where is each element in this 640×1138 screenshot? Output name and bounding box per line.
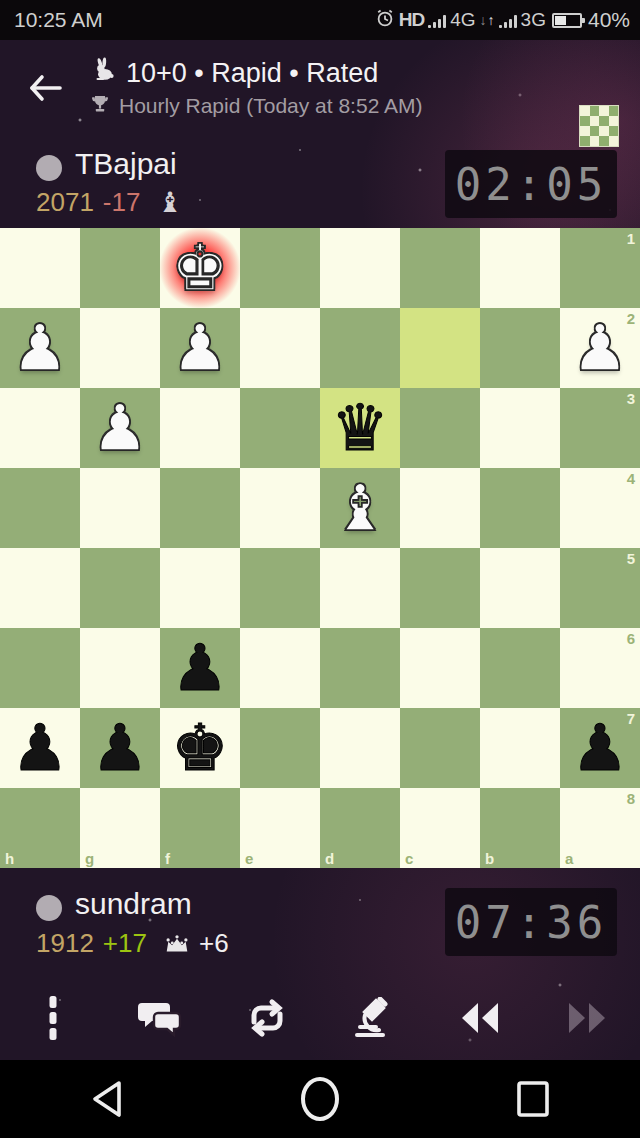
player-top-name[interactable]: TBajpai [75,147,177,181]
square-b4[interactable] [480,468,560,548]
piece-black-pawn[interactable]: ♟ [0,708,80,788]
rank-label-8: 8 [627,790,635,807]
square-d4[interactable]: ♝ [320,468,400,548]
fast-forward-button[interactable] [552,983,622,1053]
piece-black-queen[interactable]: ♛ [320,388,400,468]
square-e3[interactable] [240,388,320,468]
square-h8[interactable]: h [0,788,80,868]
square-g2[interactable] [80,308,160,388]
flip-board-button[interactable] [232,983,302,1053]
file-label-a: a [565,850,573,867]
square-a4[interactable]: 4 [560,468,640,548]
square-c6[interactable] [400,628,480,708]
status-bar: 10:25 AM HD 4G ↓↑ 3G 40% [0,0,640,40]
square-c7[interactable] [400,708,480,788]
rewind-button[interactable] [445,983,515,1053]
square-b1[interactable] [480,228,560,308]
rank-label-6: 6 [627,630,635,647]
piece-white-pawn[interactable]: ♟ [80,388,160,468]
nav-recents-button[interactable] [427,1079,640,1119]
square-f5[interactable] [160,548,240,628]
file-label-c: c [405,850,413,867]
square-e5[interactable] [240,548,320,628]
square-b2[interactable] [480,308,560,388]
network-type-1: 4G [450,9,475,31]
game-toolbar [0,975,640,1060]
square-h1[interactable] [0,228,80,308]
square-e1[interactable] [240,228,320,308]
player-bottom-rating: 1912 [36,928,94,959]
square-h5[interactable] [0,548,80,628]
square-g3[interactable]: ♟ [80,388,160,468]
square-c8[interactable]: c [400,788,480,868]
square-c2[interactable] [400,308,480,388]
square-a6[interactable]: 6 [560,628,640,708]
rank-label-5: 5 [627,550,635,567]
square-a5[interactable]: 5 [560,548,640,628]
square-b7[interactable] [480,708,560,788]
square-c3[interactable] [400,388,480,468]
hd-indicator: HD [399,9,424,31]
tournament-name: Hourly Rapid (Today at 8:52 AM) [119,94,422,118]
file-label-g: g [85,850,94,867]
android-nav-bar [0,1060,640,1138]
player-top-panel: TBajpai 2071 -17 ♝ 02:05 [0,135,640,228]
data-arrows-icon: ↓↑ [480,13,495,27]
game-title: 10+0 • Rapid • Rated [126,58,378,89]
square-f6[interactable]: ♟ [160,628,240,708]
player-top-clock: 02:05 [445,150,617,218]
square-d6[interactable] [320,628,400,708]
square-c1[interactable] [400,228,480,308]
chess-board[interactable]: ♚1♟♟2♟♟♛3♝45♟6♟♟♚7♟hgfedcba8 [0,228,640,868]
player-bottom-name[interactable]: sundram [75,887,192,921]
square-f4[interactable] [160,468,240,548]
menu-button[interactable] [18,983,88,1053]
square-a8[interactable]: a8 [560,788,640,868]
rank-label-4: 4 [627,470,635,487]
square-g8[interactable]: g [80,788,160,868]
signal-bars-icon-2 [499,12,517,28]
square-a7[interactable]: 7♟ [560,708,640,788]
file-label-f: f [165,850,170,867]
square-e2[interactable] [240,308,320,388]
piece-black-pawn[interactable]: ♟ [80,708,160,788]
square-g4[interactable] [80,468,160,548]
square-e6[interactable] [240,628,320,708]
file-label-b: b [485,850,494,867]
file-label-d: d [325,850,334,867]
square-f2[interactable]: ♟ [160,308,240,388]
network-type-2: 3G [521,9,546,31]
back-button[interactable] [0,40,90,135]
square-e4[interactable] [240,468,320,548]
analysis-microscope-button[interactable] [338,983,408,1053]
battery-icon [552,13,582,28]
square-f8[interactable]: f [160,788,240,868]
chat-button[interactable] [125,983,195,1053]
square-g1[interactable] [80,228,160,308]
square-e7[interactable] [240,708,320,788]
signal-bars-icon [428,12,446,28]
square-h2[interactable]: ♟ [0,308,80,388]
square-a2[interactable]: 2♟ [560,308,640,388]
app-background: 10:25 AM HD 4G ↓↑ 3G 40% [0,0,640,1138]
piece-black-pawn[interactable]: ♟ [160,628,240,708]
game-header: 10+0 • Rapid • Rated Hourly Rapid (Today… [0,40,640,135]
piece-white-pawn[interactable]: ♟ [160,308,240,388]
square-f3[interactable] [160,388,240,468]
square-h6[interactable] [0,628,80,708]
player-color-dot [36,895,62,921]
square-e8[interactable]: e [240,788,320,868]
square-b5[interactable] [480,548,560,628]
square-b8[interactable]: b [480,788,560,868]
rank-label-7: 7 [627,710,635,727]
square-d7[interactable] [320,708,400,788]
square-b3[interactable] [480,388,560,468]
player-color-dot [36,155,62,181]
material-advantage: +6 [199,928,229,959]
square-h3[interactable] [0,388,80,468]
player-top-rating: 2071 [36,187,94,218]
file-label-e: e [245,850,253,867]
bishop-material-icon: ♝ [157,189,182,217]
queen-crown-icon [164,934,190,954]
player-bottom-panel: sundram 1912 +17 +6 07:36 [0,868,640,975]
player-bottom-rating-diff: +17 [103,928,147,959]
piece-white-pawn[interactable]: ♟ [0,308,80,388]
battery-percent: 40% [588,8,630,32]
file-label-h: h [5,850,14,867]
square-d2[interactable] [320,308,400,388]
square-g6[interactable] [80,628,160,708]
square-d1[interactable] [320,228,400,308]
square-g7[interactable]: ♟ [80,708,160,788]
square-c5[interactable] [400,548,480,628]
square-f1[interactable]: ♚ [160,228,240,308]
nav-home-button[interactable] [213,1075,426,1123]
square-h7[interactable]: ♟ [0,708,80,788]
square-b6[interactable] [480,628,560,708]
status-time: 10:25 AM [14,8,103,32]
square-a1[interactable]: 1 [560,228,640,308]
square-g5[interactable] [80,548,160,628]
nav-back-button[interactable] [0,1079,213,1119]
square-d5[interactable] [320,548,400,628]
square-d3[interactable]: ♛ [320,388,400,468]
rank-label-1: 1 [627,230,635,247]
trophy-icon [90,94,110,119]
rabbit-icon [90,57,116,90]
piece-white-king[interactable]: ♚ [160,228,240,308]
piece-black-king[interactable]: ♚ [160,708,240,788]
square-d8[interactable]: d [320,788,400,868]
square-h4[interactable] [0,468,80,548]
player-top-rating-diff: -17 [103,187,141,218]
rank-label-2: 2 [627,310,635,327]
rank-label-3: 3 [627,390,635,407]
square-c4[interactable] [400,468,480,548]
square-f7[interactable]: ♚ [160,708,240,788]
piece-white-bishop[interactable]: ♝ [320,468,400,548]
alarm-clock-icon [375,8,395,33]
player-bottom-clock: 07:36 [445,888,617,956]
square-a3[interactable]: 3 [560,388,640,468]
